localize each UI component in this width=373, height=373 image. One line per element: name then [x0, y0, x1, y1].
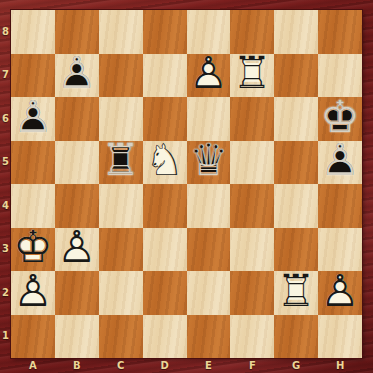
square-b2[interactable]	[55, 271, 99, 315]
square-f6[interactable]	[230, 97, 274, 141]
square-c7[interactable]	[99, 54, 143, 98]
square-c1[interactable]	[99, 315, 143, 359]
square-a5[interactable]	[11, 141, 55, 185]
square-b7[interactable]: ♟♙	[55, 54, 99, 98]
file-label-h: H	[318, 358, 362, 373]
piece-black-pawn[interactable]: ♟♙	[55, 54, 99, 98]
square-a2[interactable]: ♟♙	[11, 271, 55, 315]
square-a6[interactable]: ♟♙	[11, 97, 55, 141]
square-f4[interactable]	[230, 184, 274, 228]
file-label-g: G	[274, 358, 318, 373]
white-rook-glyph-outline: ♖	[230, 52, 274, 96]
black-pawn-glyph-outline: ♙	[55, 52, 99, 96]
square-b5[interactable]	[55, 141, 99, 185]
chess-board-frame: ♟♙♟♙♜♖♟♙♚♔♜♖♞♘♛♕♟♙♚♔♟♙♟♙♜♖♟♙ 87654321ABC…	[0, 0, 373, 373]
file-label-f: F	[230, 358, 274, 373]
black-queen-glyph-outline: ♕	[187, 139, 231, 183]
square-e4[interactable]	[187, 184, 231, 228]
square-e7[interactable]: ♟♙	[187, 54, 231, 98]
white-pawn-glyph-outline: ♙	[187, 52, 231, 96]
square-g1[interactable]	[274, 315, 318, 359]
square-f3[interactable]	[230, 228, 274, 272]
square-h4[interactable]	[318, 184, 362, 228]
rank-label-1: 1	[0, 315, 11, 359]
white-knight-glyph-outline: ♘	[143, 139, 187, 183]
rank-label-3: 3	[0, 228, 11, 272]
black-pawn-glyph-outline: ♙	[11, 95, 55, 139]
square-d5[interactable]: ♞♘	[143, 141, 187, 185]
square-a1[interactable]	[11, 315, 55, 359]
file-label-c: C	[99, 358, 143, 373]
white-pawn-glyph-outline: ♙	[318, 269, 362, 313]
white-pawn-glyph-outline: ♙	[11, 269, 55, 313]
black-king-glyph-outline: ♔	[318, 95, 362, 139]
piece-white-pawn[interactable]: ♟♙	[187, 54, 231, 98]
rank-label-8: 8	[0, 10, 11, 54]
square-f5[interactable]	[230, 141, 274, 185]
file-label-b: B	[55, 358, 99, 373]
square-e2[interactable]	[187, 271, 231, 315]
piece-black-pawn[interactable]: ♟♙	[318, 141, 362, 185]
rank-label-4: 4	[0, 184, 11, 228]
white-king-glyph-outline: ♔	[11, 226, 55, 270]
square-d2[interactable]	[143, 271, 187, 315]
square-h2[interactable]: ♟♙	[318, 271, 362, 315]
piece-black-rook[interactable]: ♜♖	[99, 141, 143, 185]
white-rook-glyph-outline: ♖	[274, 269, 318, 313]
square-b3[interactable]: ♟♙	[55, 228, 99, 272]
square-d8[interactable]	[143, 10, 187, 54]
file-label-a: A	[11, 358, 55, 373]
square-c8[interactable]	[99, 10, 143, 54]
square-a8[interactable]	[11, 10, 55, 54]
black-pawn-glyph-outline: ♙	[318, 139, 362, 183]
rank-label-7: 7	[0, 54, 11, 98]
rank-label-2: 2	[0, 271, 11, 315]
file-label-e: E	[187, 358, 231, 373]
black-rook-glyph-outline: ♖	[99, 139, 143, 183]
square-d1[interactable]	[143, 315, 187, 359]
square-g5[interactable]	[274, 141, 318, 185]
piece-white-rook[interactable]: ♜♖	[230, 54, 274, 98]
square-d7[interactable]	[143, 54, 187, 98]
white-pawn-glyph-outline: ♙	[55, 226, 99, 270]
square-f2[interactable]	[230, 271, 274, 315]
square-c3[interactable]	[99, 228, 143, 272]
square-e3[interactable]	[187, 228, 231, 272]
rank-label-6: 6	[0, 97, 11, 141]
square-g6[interactable]	[274, 97, 318, 141]
square-f7[interactable]: ♜♖	[230, 54, 274, 98]
square-c2[interactable]	[99, 271, 143, 315]
piece-white-pawn[interactable]: ♟♙	[55, 228, 99, 272]
square-e1[interactable]	[187, 315, 231, 359]
piece-white-knight[interactable]: ♞♘	[143, 141, 187, 185]
piece-black-queen[interactable]: ♛♕	[187, 141, 231, 185]
file-label-d: D	[143, 358, 187, 373]
square-h5[interactable]: ♟♙	[318, 141, 362, 185]
square-c4[interactable]	[99, 184, 143, 228]
piece-white-rook[interactable]: ♜♖	[274, 271, 318, 315]
square-c5[interactable]: ♜♖	[99, 141, 143, 185]
square-h8[interactable]	[318, 10, 362, 54]
square-g7[interactable]	[274, 54, 318, 98]
square-g8[interactable]	[274, 10, 318, 54]
rank-label-5: 5	[0, 141, 11, 185]
square-b6[interactable]	[55, 97, 99, 141]
square-g2[interactable]: ♜♖	[274, 271, 318, 315]
piece-white-pawn[interactable]: ♟♙	[318, 271, 362, 315]
square-d4[interactable]	[143, 184, 187, 228]
square-b1[interactable]	[55, 315, 99, 359]
square-h1[interactable]	[318, 315, 362, 359]
square-d3[interactable]	[143, 228, 187, 272]
square-e5[interactable]: ♛♕	[187, 141, 231, 185]
chess-board: ♟♙♟♙♜♖♟♙♚♔♜♖♞♘♛♕♟♙♚♔♟♙♟♙♜♖♟♙	[11, 10, 362, 358]
square-g4[interactable]	[274, 184, 318, 228]
piece-black-pawn[interactable]: ♟♙	[11, 97, 55, 141]
piece-white-pawn[interactable]: ♟♙	[11, 271, 55, 315]
square-f1[interactable]	[230, 315, 274, 359]
